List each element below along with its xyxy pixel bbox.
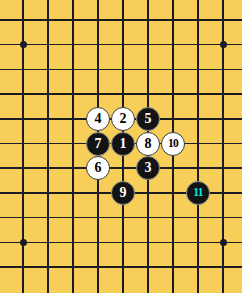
stone-11-black[interactable]: 11 [186,181,210,205]
stone-2-white[interactable]: 2 [111,107,135,131]
stone-7-black[interactable]: 7 [86,132,110,156]
move-number: 3 [145,161,152,175]
move-number: 5 [145,111,152,125]
star-point [20,41,27,48]
move-number: 10 [168,137,178,149]
move-number: 2 [120,111,127,125]
grid-line-horizontal [0,44,242,46]
stone-9-black[interactable]: 9 [111,181,135,205]
grid-line-horizontal [0,217,242,219]
grid-line-horizontal [0,19,242,21]
move-number: 11 [193,187,202,199]
stone-1-black[interactable]: 1 [111,132,135,156]
grid-line-horizontal [0,93,242,95]
move-number: 1 [120,136,127,150]
star-point [20,239,27,246]
move-number: 8 [145,136,152,150]
move-number: 4 [95,111,102,125]
star-point [220,41,227,48]
move-number: 7 [95,136,102,150]
stone-3-black[interactable]: 3 [136,156,160,180]
star-point [220,239,227,246]
move-number: 6 [95,161,102,175]
stone-8-white[interactable]: 8 [136,132,160,156]
grid-line-horizontal [0,242,242,244]
stone-4-white[interactable]: 4 [86,107,110,131]
go-board-diagram[interactable]: 1234567891011 [0,0,242,293]
grid-line-horizontal [0,69,242,71]
grid-line-horizontal [0,167,242,169]
move-number: 9 [120,185,127,199]
stone-10-white[interactable]: 10 [161,132,185,156]
stone-6-white[interactable]: 6 [86,156,110,180]
stone-5-black[interactable]: 5 [136,107,160,131]
grid-line-horizontal [0,266,242,268]
